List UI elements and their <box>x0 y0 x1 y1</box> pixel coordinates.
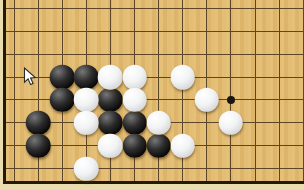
white-stone-h2 <box>170 133 195 158</box>
white-stone-d1 <box>74 156 99 181</box>
board-bottom-border <box>3 181 304 184</box>
go-board-viewport <box>0 0 304 190</box>
black-stone-e3 <box>98 111 123 136</box>
grid-vline <box>230 0 231 182</box>
black-stone-c5 <box>50 65 75 90</box>
grid-vline <box>303 0 304 182</box>
star-point-k4 <box>227 96 235 104</box>
white-stone-d3 <box>74 111 99 136</box>
black-stone-f2 <box>122 133 147 158</box>
white-stone-f5 <box>122 65 147 90</box>
board-left-border <box>3 0 6 184</box>
white-stone-g3 <box>146 111 171 136</box>
black-stone-d5 <box>74 65 99 90</box>
black-stone-c4 <box>50 88 75 113</box>
white-stone-h5 <box>170 65 195 90</box>
black-stone-b2 <box>26 133 51 158</box>
grid-vline <box>255 0 256 182</box>
white-stone-k3 <box>219 111 244 136</box>
white-stone-f4 <box>122 88 147 113</box>
black-stone-e4 <box>98 88 123 113</box>
grid-vline <box>14 0 15 182</box>
grid-hline <box>5 8 304 9</box>
grid-hline <box>5 168 304 169</box>
black-stone-g2 <box>146 133 171 158</box>
mouse-cursor-icon <box>23 67 37 86</box>
white-stone-d4 <box>74 88 99 113</box>
grid-hline <box>5 54 304 55</box>
white-stone-e2 <box>98 133 123 158</box>
black-stone-b3 <box>26 111 51 136</box>
grid-hline <box>5 31 304 32</box>
white-stone-j4 <box>195 88 220 113</box>
white-stone-e5 <box>98 65 123 90</box>
black-stone-f3 <box>122 111 147 136</box>
grid-vline <box>279 0 280 182</box>
